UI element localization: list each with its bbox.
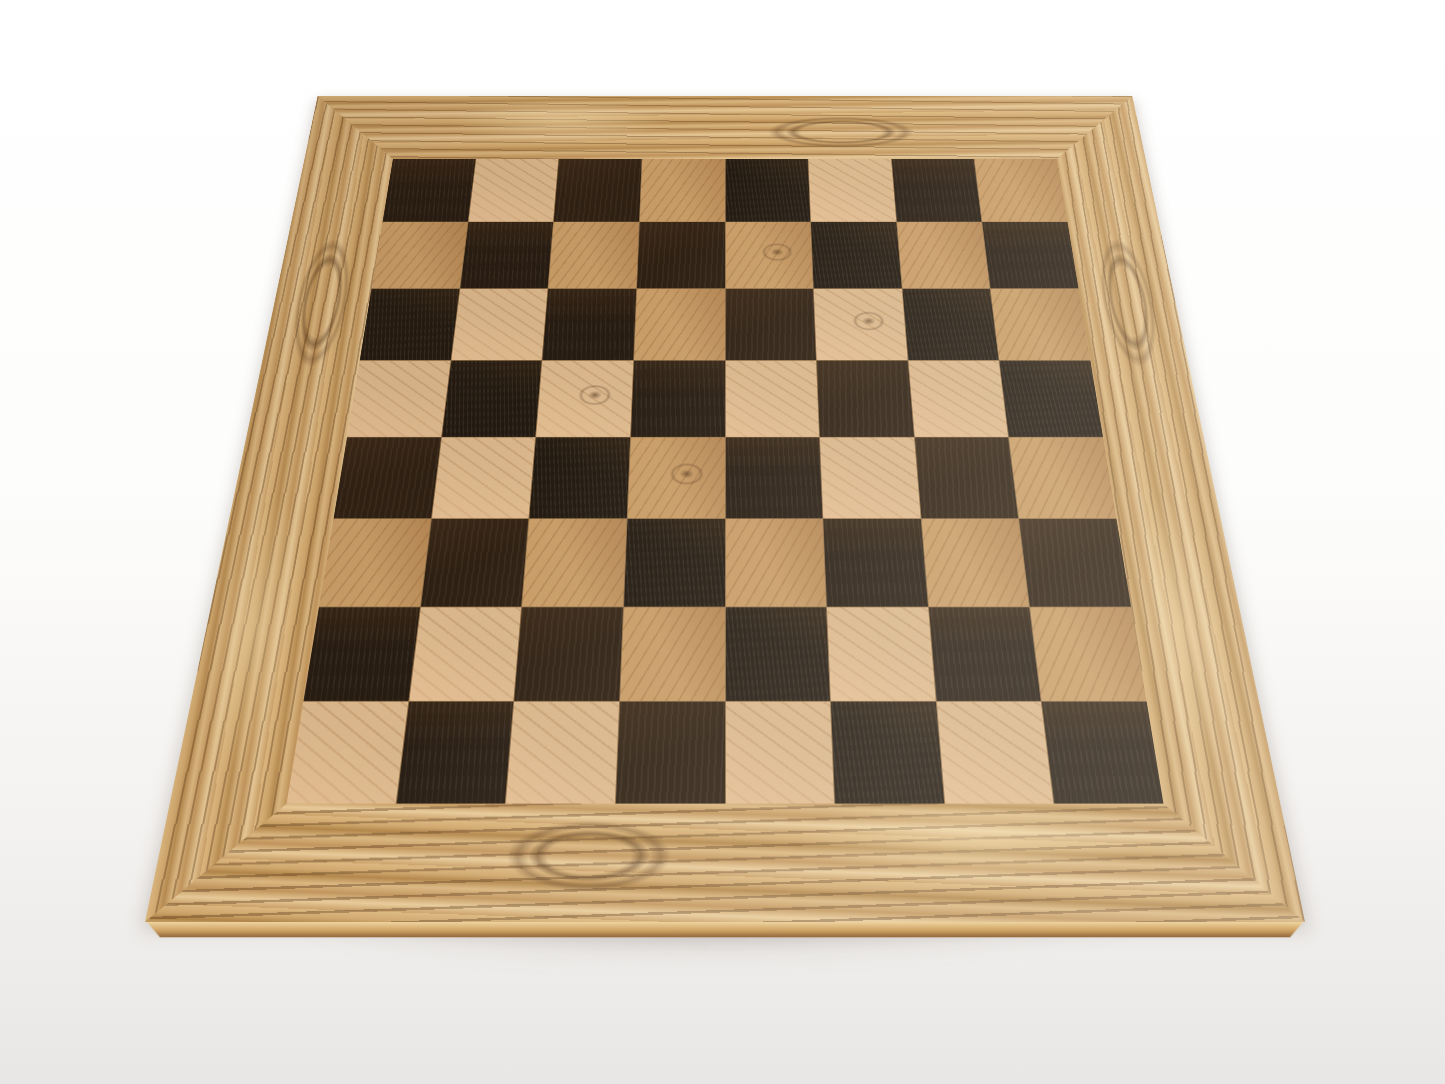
square-h2[interactable] [1030,607,1146,701]
square-d1[interactable] [616,702,725,804]
square-e8[interactable] [725,159,810,221]
square-h1[interactable] [1042,702,1163,804]
square-f1[interactable] [831,702,944,804]
square-f7[interactable] [811,222,901,288]
square-d8[interactable] [640,159,725,221]
square-b2[interactable] [409,607,521,701]
square-b6[interactable] [451,289,547,360]
square-d3[interactable] [624,519,725,606]
square-f2[interactable] [827,607,935,701]
square-h3[interactable] [1019,519,1131,606]
square-b1[interactable] [396,702,513,804]
square-f6[interactable] [814,289,908,360]
square-g4[interactable] [915,437,1019,518]
square-a2[interactable] [303,607,419,701]
square-d6[interactable] [634,289,725,360]
square-a6[interactable] [360,289,459,360]
square-d4[interactable] [627,437,724,518]
square-a1[interactable] [287,702,408,804]
board-frame-top [304,96,1145,159]
square-h7[interactable] [983,222,1079,288]
square-d7[interactable] [637,222,725,288]
square-h5[interactable] [1000,361,1103,437]
square-e7[interactable] [725,222,813,288]
square-a3[interactable] [319,519,431,606]
square-e2[interactable] [725,607,830,701]
square-c1[interactable] [506,702,619,804]
square-b4[interactable] [432,437,536,518]
square-c2[interactable] [514,607,622,701]
square-h6[interactable] [991,289,1090,360]
square-c7[interactable] [548,222,638,288]
square-a8[interactable] [383,159,476,221]
square-f5[interactable] [817,361,914,437]
square-d5[interactable] [631,361,725,437]
square-c4[interactable] [530,437,630,518]
square-g1[interactable] [937,702,1054,804]
playing-field [287,159,1164,804]
square-c6[interactable] [543,289,637,360]
square-f3[interactable] [823,519,927,606]
square-c5[interactable] [536,361,633,437]
square-f8[interactable] [808,159,896,221]
square-c8[interactable] [554,159,642,221]
chess-board [145,96,1305,922]
board-bottom-bevel-edge [144,922,1306,937]
photo-background [0,0,1445,1084]
square-e4[interactable] [725,437,822,518]
square-a4[interactable] [334,437,441,518]
square-a5[interactable] [347,361,450,437]
square-e5[interactable] [725,361,819,437]
square-g3[interactable] [921,519,1029,606]
square-h4[interactable] [1009,437,1116,518]
board-frame-bottom [145,804,1305,922]
square-d2[interactable] [620,607,725,701]
square-a7[interactable] [372,222,468,288]
square-g2[interactable] [929,607,1041,701]
square-e6[interactable] [725,289,816,360]
square-e3[interactable] [725,519,826,606]
square-e1[interactable] [725,702,834,804]
square-g6[interactable] [902,289,998,360]
square-b8[interactable] [468,159,558,221]
square-b7[interactable] [460,222,553,288]
square-b3[interactable] [421,519,529,606]
square-g7[interactable] [897,222,990,288]
square-g5[interactable] [908,361,1008,437]
square-f4[interactable] [820,437,920,518]
square-b5[interactable] [442,361,542,437]
square-c3[interactable] [522,519,626,606]
square-h8[interactable] [975,159,1068,221]
square-g8[interactable] [892,159,982,221]
